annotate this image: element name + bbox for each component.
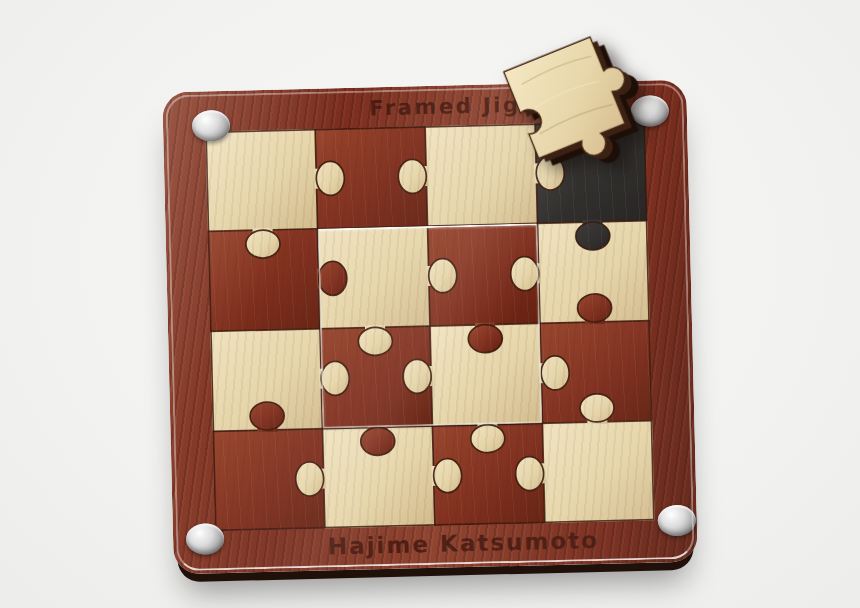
knob-of-r1c3[interactable]: [398, 159, 427, 194]
puzzle-piece-r4c4-maple[interactable]: [542, 421, 654, 524]
knob-of-r2c4[interactable]: [510, 256, 539, 291]
knob-of-r4c1[interactable]: [250, 402, 285, 431]
knob-of-r2c2[interactable]: [358, 327, 393, 356]
knob-of-r3c1[interactable]: [321, 361, 350, 396]
knob-of-r1c1[interactable]: [246, 230, 281, 259]
knob-of-r3c2[interactable]: [360, 427, 395, 456]
puzzle-piece-r1c1-maple[interactable]: [205, 129, 317, 232]
knob-of-r3c3[interactable]: [403, 359, 432, 394]
knob-of-r3c3[interactable]: [470, 424, 505, 453]
knob-of-r2c3[interactable]: [468, 324, 503, 353]
knob-of-r2c1[interactable]: [318, 261, 347, 296]
knob-of-r4c2[interactable]: [433, 458, 462, 493]
knob-of-r4c2[interactable]: [295, 462, 324, 497]
product-photo-scene: Framed Jigsaw Hajime Katsumoto: [0, 0, 860, 608]
knob-of-r1c4: [575, 222, 610, 251]
knob-of-r1c1[interactable]: [316, 161, 345, 196]
knob-of-r4c4[interactable]: [515, 456, 544, 491]
knob-of-r2c2[interactable]: [428, 258, 457, 293]
knob-of-r4c4[interactable]: [580, 394, 615, 423]
knob-of-r3c3[interactable]: [541, 356, 570, 391]
knob-of-r3c4[interactable]: [577, 294, 612, 323]
